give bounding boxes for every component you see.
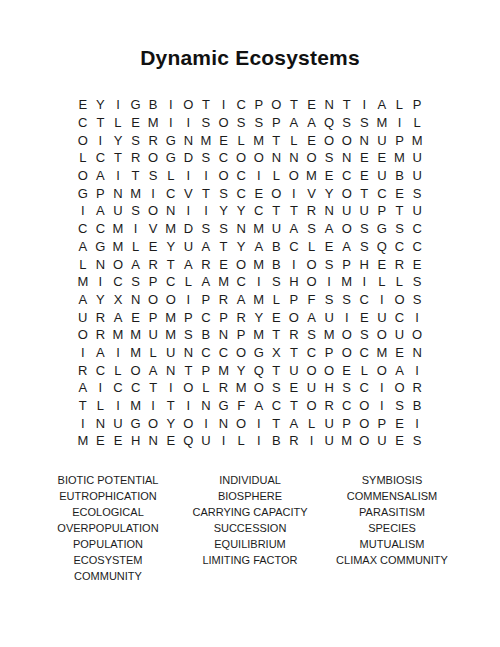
grid-cell: O — [373, 326, 391, 344]
grid-cell: A — [285, 220, 303, 238]
grid-cell: O — [109, 255, 127, 273]
grid-cell: I — [180, 114, 198, 132]
grid-cell: I — [197, 414, 215, 432]
word-list-column-3: SYMBIOSISCOMMENSALISMPARASITISMSPECIESMU… — [321, 472, 463, 584]
grid-cell: N — [320, 202, 338, 220]
grid-cell: G — [74, 184, 92, 202]
grid-cell: A — [303, 308, 321, 326]
word-list-item: POPULATION — [37, 536, 179, 552]
grid-cell: C — [391, 238, 409, 256]
grid-cell: O — [250, 149, 268, 167]
grid-cell: T — [268, 414, 286, 432]
grid-cell: E — [285, 379, 303, 397]
word-list-item: PARASITISM — [321, 504, 463, 520]
grid-cell: I — [109, 344, 127, 362]
grid-cell: C — [373, 184, 391, 202]
grid-cell: M — [338, 432, 356, 450]
grid-cell: S — [408, 291, 426, 309]
grid-cell: I — [144, 184, 162, 202]
grid-cell: I — [180, 202, 198, 220]
grid-cell: C — [408, 238, 426, 256]
word-list-item: LIMITING FACTOR — [179, 552, 321, 568]
grid-cell: M — [127, 344, 145, 362]
grid-cell: U — [197, 432, 215, 450]
grid-cell: O — [408, 326, 426, 344]
grid-cell: M — [250, 131, 268, 149]
word-list-item: BIOSPHERE — [179, 488, 321, 504]
grid-cell: C — [162, 184, 180, 202]
word-list-item: OVERPOPULATION — [37, 520, 179, 536]
grid-cell: M — [250, 255, 268, 273]
grid-cell: U — [408, 167, 426, 185]
grid-cell: O — [320, 361, 338, 379]
grid-cell: A — [320, 220, 338, 238]
grid-cell: U — [303, 379, 321, 397]
grid-cell: I — [373, 291, 391, 309]
grid-cell: C — [356, 291, 374, 309]
grid-cell: M — [250, 291, 268, 309]
grid-cell: G — [127, 96, 145, 114]
grid-cell: A — [250, 238, 268, 256]
grid-cell: S — [356, 238, 374, 256]
grid-cell: S — [338, 291, 356, 309]
grid-cell: C — [356, 379, 374, 397]
grid-cell: O — [180, 379, 198, 397]
grid-cell: M — [109, 326, 127, 344]
grid-cell: I — [92, 131, 110, 149]
grid-cell: L — [74, 149, 92, 167]
grid-cell: S — [391, 397, 409, 415]
grid-cell: C — [109, 273, 127, 291]
grid-cell: P — [391, 131, 409, 149]
grid-cell: O — [303, 361, 321, 379]
grid-cell: C — [127, 379, 145, 397]
word-list-item: SUCCESSION — [179, 520, 321, 536]
grid-cell: F — [232, 397, 250, 415]
grid-cell: C — [92, 220, 110, 238]
grid-cell: U — [268, 220, 286, 238]
grid-cell: M — [162, 326, 180, 344]
grid-cell: L — [92, 397, 110, 415]
grid-cell: P — [268, 114, 286, 132]
grid-cell: A — [144, 361, 162, 379]
grid-cell: M — [197, 131, 215, 149]
grid-cell: Q — [250, 361, 268, 379]
grid-cell: E — [92, 432, 110, 450]
grid-cell: R — [144, 255, 162, 273]
grid-cell: A — [92, 344, 110, 362]
grid-cell: S — [127, 202, 145, 220]
word-list-column-2: INDIVIDUALBIOSPHERECARRYING CAPACITYSUCC… — [179, 472, 321, 584]
grid-cell: O — [373, 361, 391, 379]
grid-cell: U — [180, 238, 198, 256]
grid-cell: C — [74, 220, 92, 238]
grid-cell: O — [232, 414, 250, 432]
grid-cell: I — [250, 167, 268, 185]
grid-cell: M — [303, 167, 321, 185]
grid-cell: X — [109, 291, 127, 309]
grid-cell: O — [74, 326, 92, 344]
grid-cell: C — [92, 361, 110, 379]
grid-cell: N — [92, 414, 110, 432]
grid-cell: A — [373, 96, 391, 114]
grid-cell: N — [197, 397, 215, 415]
grid-cell: S — [356, 326, 374, 344]
grid-cell: I — [215, 96, 233, 114]
grid-cell: E — [162, 432, 180, 450]
grid-cell: V — [303, 184, 321, 202]
grid-cell: U — [109, 202, 127, 220]
grid-cell: P — [320, 344, 338, 362]
grid-cell: S — [215, 220, 233, 238]
grid-cell: P — [373, 202, 391, 220]
grid-cell: R — [197, 255, 215, 273]
grid-cell: I — [180, 397, 198, 415]
grid-cell: T — [391, 202, 409, 220]
grid-cell: I — [144, 397, 162, 415]
grid-cell: C — [197, 344, 215, 362]
grid-cell: A — [285, 114, 303, 132]
grid-cell: E — [74, 96, 92, 114]
grid-cell: C — [232, 273, 250, 291]
grid-cell: I — [92, 273, 110, 291]
grid-cell: U — [373, 432, 391, 450]
grid-cell: Y — [232, 361, 250, 379]
grid-cell: U — [373, 167, 391, 185]
grid-cell: O — [144, 202, 162, 220]
grid-cell: I — [197, 202, 215, 220]
grid-cell: L — [180, 273, 198, 291]
grid-cell: X — [268, 344, 286, 362]
grid-cell: Y — [162, 238, 180, 256]
grid-cell: O — [303, 273, 321, 291]
grid-cell: T — [268, 131, 286, 149]
grid-cell: D — [180, 149, 198, 167]
grid-cell: R — [320, 397, 338, 415]
grid-cell: S — [391, 220, 409, 238]
grid-cell: Y — [232, 202, 250, 220]
grid-cell: C — [162, 273, 180, 291]
grid-cell: O — [303, 149, 321, 167]
grid-cell: L — [162, 167, 180, 185]
grid-cell: U — [74, 308, 92, 326]
grid-cell: I — [109, 397, 127, 415]
grid-cell: C — [285, 238, 303, 256]
grid-cell: C — [215, 149, 233, 167]
grid-cell: N — [356, 131, 374, 149]
grid-cell: O — [356, 414, 374, 432]
word-list-item: EQUILIBRIUM — [179, 536, 321, 552]
grid-cell: E — [408, 255, 426, 273]
grid-cell: S — [320, 149, 338, 167]
grid-cell: M — [215, 361, 233, 379]
grid-cell: S — [408, 432, 426, 450]
grid-cell: P — [338, 414, 356, 432]
grid-cell: I — [92, 379, 110, 397]
grid-cell: O — [356, 397, 374, 415]
grid-cell: S — [356, 220, 374, 238]
word-list: BIOTIC POTENTIALEUTROPHICATIONECOLOGICAL… — [0, 472, 500, 584]
grid-cell: P — [338, 255, 356, 273]
grid-cell: R — [232, 308, 250, 326]
grid-cell: M — [74, 273, 92, 291]
grid-cell: D — [180, 220, 198, 238]
grid-cell: B — [391, 167, 409, 185]
grid-cell: I — [356, 273, 374, 291]
grid-cell: I — [250, 414, 268, 432]
grid-cell: S — [197, 114, 215, 132]
grid-cell: A — [74, 379, 92, 397]
grid-cell: I — [408, 361, 426, 379]
word-list-item: INDIVIDUAL — [179, 472, 321, 488]
grid-cell: O — [232, 255, 250, 273]
grid-cell: B — [197, 326, 215, 344]
grid-cell: G — [250, 344, 268, 362]
grid-cell: T — [109, 149, 127, 167]
grid-cell: L — [109, 114, 127, 132]
grid-cell: I — [180, 167, 198, 185]
grid-cell: E — [109, 432, 127, 450]
grid-cell: R — [303, 202, 321, 220]
grid-cell: S — [250, 114, 268, 132]
grid-cell: L — [232, 432, 250, 450]
grid-cell: T — [268, 202, 286, 220]
grid-cell: T — [92, 114, 110, 132]
grid-cell: C — [408, 220, 426, 238]
grid-cell: I — [250, 432, 268, 450]
grid-cell: U — [320, 308, 338, 326]
grid-cell: C — [303, 344, 321, 362]
letter-grid: EYIGBIOTICPOTENTIALPCTLEMIISOSSPAAQSSMIL… — [74, 96, 426, 450]
grid-cell: Q — [320, 114, 338, 132]
grid-cell: T — [285, 397, 303, 415]
grid-cell: M — [127, 397, 145, 415]
grid-cell: I — [285, 255, 303, 273]
grid-cell: S — [144, 167, 162, 185]
grid-cell: I — [162, 114, 180, 132]
grid-cell: O — [338, 326, 356, 344]
grid-cell: R — [127, 149, 145, 167]
grid-cell: U — [162, 344, 180, 362]
grid-cell: E — [391, 344, 409, 362]
grid-cell: F — [303, 291, 321, 309]
grid-cell: P — [92, 184, 110, 202]
grid-cell: O — [268, 96, 286, 114]
grid-cell: T — [285, 202, 303, 220]
grid-cell: L — [197, 379, 215, 397]
grid-cell: E — [356, 308, 374, 326]
grid-cell: V — [144, 220, 162, 238]
grid-cell: L — [356, 361, 374, 379]
grid-cell: N — [180, 131, 198, 149]
grid-cell: L — [303, 238, 321, 256]
grid-cell: I — [109, 96, 127, 114]
grid-cell: R — [391, 255, 409, 273]
grid-cell: U — [391, 326, 409, 344]
grid-cell: N — [180, 344, 198, 362]
grid-cell: U — [338, 202, 356, 220]
grid-cell: R — [408, 379, 426, 397]
grid-cell: S — [338, 379, 356, 397]
word-list-item: BIOTIC POTENTIAL — [37, 472, 179, 488]
grid-cell: S — [197, 149, 215, 167]
grid-cell: A — [285, 414, 303, 432]
grid-cell: M — [109, 238, 127, 256]
grid-cell: O — [338, 184, 356, 202]
grid-cell: L — [74, 255, 92, 273]
grid-cell: U — [285, 361, 303, 379]
grid-cell: T — [162, 397, 180, 415]
grid-cell: A — [391, 361, 409, 379]
grid-cell: G — [92, 238, 110, 256]
grid-cell: O — [320, 131, 338, 149]
grid-cell: O — [250, 379, 268, 397]
grid-cell: S — [268, 379, 286, 397]
grid-cell: O — [215, 114, 233, 132]
grid-cell: A — [92, 202, 110, 220]
grid-cell: E — [391, 184, 409, 202]
grid-cell: T — [180, 361, 198, 379]
grid-cell: Y — [250, 308, 268, 326]
grid-cell: A — [232, 291, 250, 309]
grid-cell: U — [144, 326, 162, 344]
grid-cell: N — [320, 96, 338, 114]
grid-cell: Y — [215, 202, 233, 220]
grid-cell: L — [232, 131, 250, 149]
grid-cell: U — [408, 149, 426, 167]
grid-cell: E — [320, 167, 338, 185]
grid-cell: T — [215, 238, 233, 256]
grid-cell: P — [373, 414, 391, 432]
grid-cell: I — [180, 291, 198, 309]
grid-cell: T — [127, 167, 145, 185]
grid-cell: E — [127, 114, 145, 132]
grid-cell: A — [127, 255, 145, 273]
grid-cell: T — [268, 326, 286, 344]
grid-cell: M — [250, 220, 268, 238]
grid-cell: N — [338, 149, 356, 167]
grid-cell: P — [144, 308, 162, 326]
word-list-item: MUTUALISM — [321, 536, 463, 552]
puzzle-title: Dynamic Ecosystems — [0, 0, 500, 70]
grid-cell: N — [232, 220, 250, 238]
grid-cell: O — [268, 184, 286, 202]
grid-cell: L — [144, 344, 162, 362]
grid-cell: R — [215, 379, 233, 397]
grid-cell: I — [408, 308, 426, 326]
grid-cell: E — [215, 131, 233, 149]
grid-cell: N — [162, 361, 180, 379]
grid-cell: E — [215, 255, 233, 273]
grid-cell: B — [268, 238, 286, 256]
word-list-item: SYMBIOSIS — [321, 472, 463, 488]
grid-cell: I — [373, 397, 391, 415]
grid-cell: V — [180, 184, 198, 202]
grid-cell: Y — [162, 414, 180, 432]
grid-cell: S — [127, 131, 145, 149]
grid-cell: T — [144, 379, 162, 397]
grid-cell: L — [268, 167, 286, 185]
grid-cell: M — [127, 326, 145, 344]
grid-cell: G — [162, 131, 180, 149]
grid-cell: O — [74, 131, 92, 149]
grid-cell: T — [268, 361, 286, 379]
grid-cell: A — [74, 238, 92, 256]
grid-cell: M — [338, 273, 356, 291]
grid-cell: N — [109, 184, 127, 202]
grid-cell: Y — [320, 184, 338, 202]
grid-cell: O — [285, 167, 303, 185]
grid-cell: P — [144, 273, 162, 291]
grid-cell: G — [162, 149, 180, 167]
grid-cell: C — [250, 202, 268, 220]
grid-cell: L — [285, 131, 303, 149]
grid-cell: L — [109, 361, 127, 379]
grid-cell: N — [215, 326, 233, 344]
grid-cell: C — [338, 167, 356, 185]
grid-cell: P — [285, 291, 303, 309]
grid-cell: M — [391, 149, 409, 167]
grid-cell: A — [303, 114, 321, 132]
grid-cell: P — [197, 361, 215, 379]
grid-cell: R — [74, 361, 92, 379]
grid-cell: L — [391, 96, 409, 114]
grid-cell: S — [408, 184, 426, 202]
grid-cell: U — [408, 202, 426, 220]
grid-cell: S — [320, 291, 338, 309]
word-list-item: ECOLOGICAL — [37, 504, 179, 520]
grid-cell: E — [356, 167, 374, 185]
grid-cell: O — [144, 414, 162, 432]
grid-cell: M — [320, 326, 338, 344]
grid-cell: C — [197, 308, 215, 326]
grid-cell: O — [303, 255, 321, 273]
word-list-item: COMMUNITY — [37, 568, 179, 584]
grid-cell: A — [250, 397, 268, 415]
grid-cell: L — [373, 273, 391, 291]
grid-cell: S — [232, 114, 250, 132]
grid-cell: P — [197, 291, 215, 309]
grid-cell: I — [74, 202, 92, 220]
grid-cell: E — [250, 184, 268, 202]
grid-cell: R — [92, 326, 110, 344]
grid-cell: T — [356, 184, 374, 202]
grid-cell: T — [285, 344, 303, 362]
grid-cell: S — [127, 273, 145, 291]
grid-cell: M — [373, 344, 391, 362]
grid-cell: R — [92, 308, 110, 326]
grid-cell: T — [285, 96, 303, 114]
grid-cell: C — [215, 344, 233, 362]
grid-cell: B — [268, 255, 286, 273]
grid-cell: S — [408, 273, 426, 291]
word-list-item: CLIMAX COMMUNITY — [321, 552, 463, 568]
grid-cell: C — [232, 184, 250, 202]
grid-cell: O — [356, 432, 374, 450]
grid-cell: S — [303, 220, 321, 238]
grid-cell: T — [197, 184, 215, 202]
grid-cell: I — [391, 114, 409, 132]
grid-cell: M — [232, 379, 250, 397]
grid-cell: E — [303, 131, 321, 149]
grid-cell: U — [373, 131, 391, 149]
grid-cell: M — [162, 220, 180, 238]
grid-cell: P — [180, 308, 198, 326]
grid-cell: T — [74, 397, 92, 415]
grid-cell: S — [303, 326, 321, 344]
grid-cell: O — [391, 379, 409, 397]
grid-cell: L — [408, 114, 426, 132]
